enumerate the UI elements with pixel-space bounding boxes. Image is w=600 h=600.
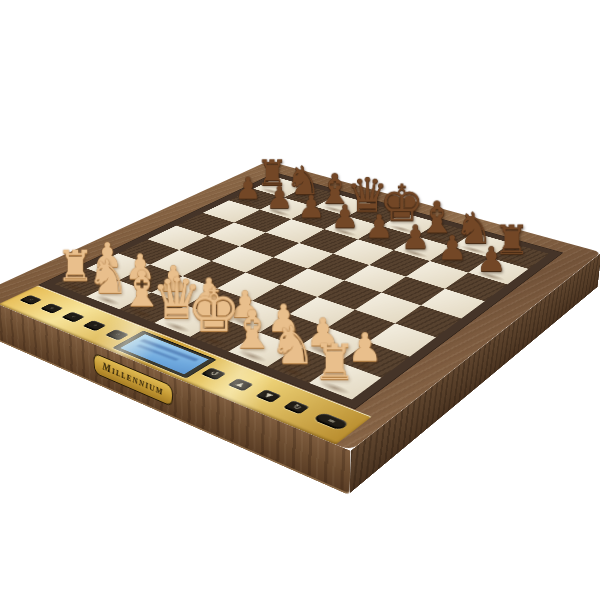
panel-button-left-1[interactable]: ◦: [19, 295, 42, 305]
brand-plaque: MILLENNIUM: [94, 352, 174, 407]
product-photo: ◦◦◦◦◦ ↺▲▼↻≡ ♜♞♝♛♚♝♞♜♟♟♟♟♟♟♟♟♟♟♟♟♟♟♟♟♜♞♝♛…: [0, 0, 600, 600]
chess-computer-board: ◦◦◦◦◦ ↺▲▼↻≡ ♜♞♝♛♚♝♞♜♟♟♟♟♟♟♟♟♟♟♟♟♟♟♟♟♜♞♝♛…: [0, 161, 600, 451]
panel-button-left-5[interactable]: ◦: [105, 329, 129, 340]
panel-button-wide[interactable]: ≡: [312, 412, 349, 431]
panel-button-right-1[interactable]: ↺: [201, 367, 227, 380]
panel-button-right-2[interactable]: ▲: [227, 378, 253, 391]
panel-button-right-3[interactable]: ▼: [255, 389, 282, 403]
panel-button-right-4[interactable]: ↻: [283, 400, 310, 414]
panel-button-left-2[interactable]: ◦: [40, 303, 63, 314]
brand-name: MILLENNIUM: [103, 362, 164, 398]
white-knight-glyph: ♞: [269, 319, 316, 371]
panel-button-left-4[interactable]: ◦: [83, 320, 107, 331]
white-rook-glyph: ♜: [313, 339, 357, 388]
panel-button-left-3[interactable]: ◦: [61, 311, 85, 322]
black-pawn-glyph: ♟: [476, 242, 507, 276]
